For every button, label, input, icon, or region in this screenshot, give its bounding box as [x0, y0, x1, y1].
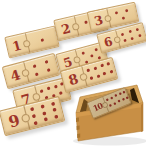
- counting-dot: [125, 9, 128, 12]
- counting-dot: [135, 27, 138, 30]
- counting-dot: [123, 39, 126, 42]
- counting-dot: [33, 120, 37, 124]
- counting-dot: [44, 60, 48, 64]
- counting-dot: [33, 64, 37, 68]
- counting-dot: [93, 66, 97, 70]
- puzzle-card-10-in-box[interactable]: 10: [86, 87, 131, 119]
- counting-dot: [109, 69, 113, 73]
- counting-dot: [125, 96, 128, 99]
- counting-dot: [86, 68, 90, 72]
- counting-dot: [96, 74, 100, 78]
- counting-dot: [31, 114, 35, 118]
- counting-dot: [54, 114, 58, 118]
- counting-dot: [81, 52, 85, 56]
- dots-piece: [23, 97, 64, 129]
- counting-dot: [90, 54, 94, 58]
- counting-dot: [84, 20, 88, 24]
- counting-dot: [46, 68, 50, 72]
- counting-dot: [59, 91, 63, 95]
- product-photo-number-puzzles: 1 2 3 4: [0, 0, 146, 146]
- counting-dot: [47, 87, 51, 91]
- counting-dot: [40, 104, 44, 108]
- counting-dot: [122, 98, 125, 101]
- counting-dot: [100, 64, 104, 68]
- counting-dot: [138, 34, 141, 37]
- numeral-label: 8: [67, 71, 80, 87]
- counting-dot: [114, 94, 117, 97]
- counting-dot: [54, 84, 58, 88]
- counting-dot: [107, 62, 111, 66]
- counting-dot: [50, 101, 54, 105]
- counting-dot: [29, 107, 33, 111]
- counting-dot: [106, 98, 109, 101]
- counting-dot: [110, 96, 113, 99]
- counting-dot: [52, 108, 56, 112]
- counting-dot: [89, 76, 93, 80]
- puzzle-card-9[interactable]: 9: [0, 96, 65, 137]
- counting-dot: [35, 72, 39, 76]
- counting-dot: [122, 90, 125, 93]
- numeral-label: 9: [7, 111, 22, 129]
- counting-dot: [39, 89, 43, 93]
- counting-dot: [114, 11, 117, 14]
- counting-dot: [117, 100, 120, 103]
- numeral-label: 1: [11, 38, 23, 53]
- counting-dot: [121, 32, 124, 35]
- counting-dot: [41, 111, 45, 115]
- counting-dot: [44, 117, 48, 121]
- numeral-label: 3: [93, 13, 104, 27]
- numeral-label: 6: [103, 35, 114, 49]
- counting-dot: [94, 47, 98, 51]
- counting-dot: [128, 30, 131, 33]
- counting-dot: [121, 17, 124, 20]
- counting-dot: [113, 102, 116, 105]
- numeral-label: 4: [9, 67, 22, 83]
- counting-dot: [103, 72, 107, 76]
- counting-dot: [109, 104, 112, 107]
- dots-piece: [25, 27, 59, 53]
- counting-dot: [119, 92, 122, 95]
- counting-dot: [131, 37, 134, 40]
- puzzle-cards: 1 2 3 4: [0, 0, 146, 146]
- numeral-label: 2: [60, 21, 72, 36]
- counting-dot: [40, 38, 44, 42]
